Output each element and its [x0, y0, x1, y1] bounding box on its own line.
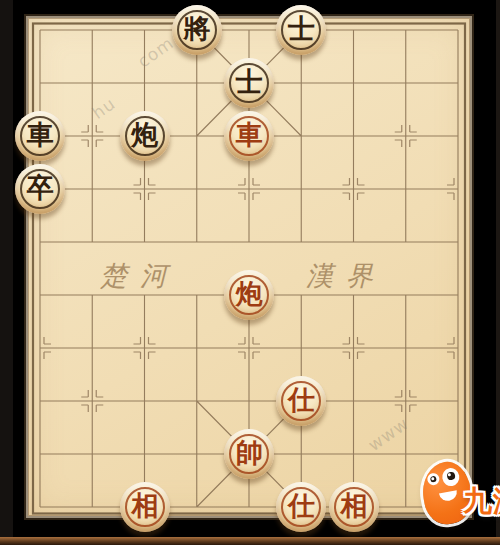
piece-red-chariot[interactable]: 車	[224, 111, 274, 161]
piece-glyph: 士	[288, 15, 315, 42]
mascot-pupil	[430, 476, 437, 483]
piece-black-cannon[interactable]: 炮	[120, 111, 170, 161]
mascot-right-eye	[441, 467, 461, 488]
9game-logo-text: 九游	[463, 482, 500, 522]
piece-glyph: 士	[236, 68, 263, 95]
piece-glyph: 卒	[27, 174, 54, 201]
left-black-strip	[0, 0, 13, 545]
piece-glyph: 仕	[288, 492, 315, 519]
mascot-eye-glint	[431, 477, 434, 480]
mascot-pupil	[446, 471, 455, 480]
xiangqi-game-screen: 楚河 漢界 comhuwww 將士士車炮卒車炮仕帥相仕相 九游	[0, 0, 500, 545]
piece-red-general[interactable]: 帥	[224, 429, 274, 479]
9game-logo: 九游	[415, 450, 500, 545]
piece-glyph: 車	[27, 121, 54, 148]
mascot-eye-glint	[448, 473, 451, 476]
mascot-smile	[439, 490, 458, 502]
piece-black-general[interactable]: 將	[172, 5, 222, 55]
piece-glyph: 仕	[288, 386, 315, 413]
piece-glyph: 帥	[236, 439, 263, 466]
piece-red-advisor[interactable]: 仕	[276, 482, 326, 532]
piece-glyph: 炮	[236, 280, 263, 307]
piece-black-chariot[interactable]: 車	[15, 111, 65, 161]
piece-red-advisor[interactable]: 仕	[276, 376, 326, 426]
piece-red-elephant[interactable]: 相	[120, 482, 170, 532]
piece-black-advisor[interactable]: 士	[224, 58, 274, 108]
piece-red-elephant[interactable]: 相	[329, 482, 379, 532]
piece-glyph: 將	[183, 15, 210, 42]
piece-glyph: 相	[340, 492, 367, 519]
mascot-left-eye	[426, 472, 440, 486]
piece-black-soldier[interactable]: 卒	[15, 164, 65, 214]
piece-glyph: 相	[131, 492, 158, 519]
piece-glyph: 車	[236, 121, 263, 148]
piece-black-advisor[interactable]: 士	[276, 5, 326, 55]
piece-glyph: 炮	[131, 121, 158, 148]
piece-red-cannon[interactable]: 炮	[224, 270, 274, 320]
